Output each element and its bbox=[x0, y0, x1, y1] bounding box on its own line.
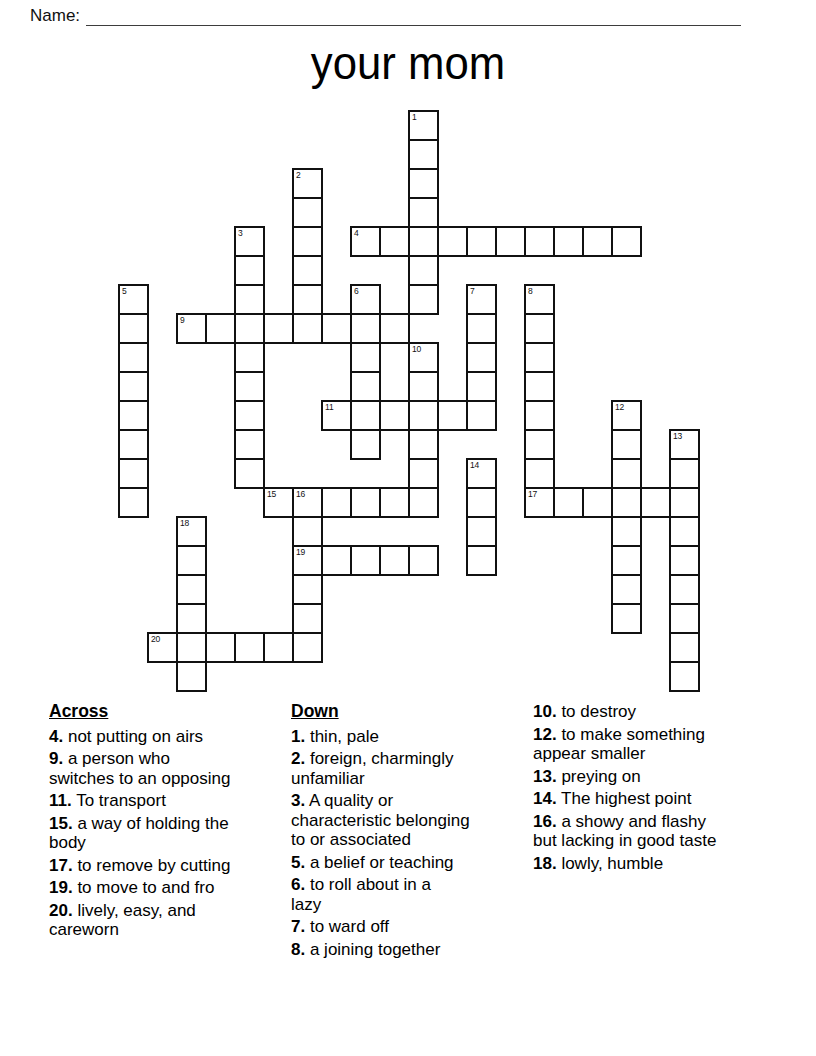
cell-r18c4[interactable] bbox=[234, 632, 265, 663]
cell-r15c6[interactable]: 19 bbox=[292, 545, 323, 576]
cell-r8c0[interactable] bbox=[118, 342, 149, 373]
cell-r13c16[interactable] bbox=[582, 487, 613, 518]
clue-item: 19. to move to and fro bbox=[49, 878, 293, 898]
cell-r15c7[interactable] bbox=[321, 545, 352, 576]
cell-r10c0[interactable] bbox=[118, 400, 149, 431]
cell-r5c6[interactable] bbox=[292, 255, 323, 286]
cell-r7c12[interactable] bbox=[466, 313, 497, 344]
cell-r16c2[interactable] bbox=[176, 574, 207, 605]
clue-item: 6. to roll about in a lazy bbox=[291, 875, 535, 914]
clue-number-label: 9. bbox=[49, 749, 63, 768]
cell-r7c9[interactable] bbox=[379, 313, 410, 344]
clue-number-label: 12. bbox=[533, 725, 557, 744]
cell-r13c8[interactable] bbox=[350, 487, 381, 518]
cell-r6c0[interactable]: 5 bbox=[118, 284, 149, 315]
clue-text: to remove by cutting bbox=[77, 856, 230, 875]
cell-r4c13[interactable] bbox=[495, 226, 526, 257]
clue-item: 2. foreign, charmingly unfamiliar bbox=[291, 749, 535, 788]
clue-text: to make something appear smaller bbox=[533, 725, 705, 764]
cell-r10c9[interactable] bbox=[379, 400, 410, 431]
clue-item: 15. a way of holding the body bbox=[49, 814, 293, 853]
cell-r7c14[interactable] bbox=[524, 313, 555, 344]
clue-number-label: 13. bbox=[533, 767, 557, 786]
cell-r9c14[interactable] bbox=[524, 371, 555, 402]
cell-r7c8[interactable] bbox=[350, 313, 381, 344]
cell-number: 7 bbox=[470, 286, 475, 296]
cell-r12c17[interactable] bbox=[611, 458, 642, 489]
cell-r10c4[interactable] bbox=[234, 400, 265, 431]
clue-item: 5. a belief or teaching bbox=[291, 853, 535, 873]
cell-r3c6[interactable] bbox=[292, 197, 323, 228]
cell-r15c9[interactable] bbox=[379, 545, 410, 576]
cell-r18c1[interactable]: 20 bbox=[147, 632, 178, 663]
cell-r11c17[interactable] bbox=[611, 429, 642, 460]
clue-text: not putting on airs bbox=[68, 727, 203, 746]
cell-r8c12[interactable] bbox=[466, 342, 497, 373]
cell-number: 14 bbox=[470, 460, 479, 470]
cell-number: 4 bbox=[354, 228, 359, 238]
cell-number: 6 bbox=[354, 286, 359, 296]
cell-r17c19[interactable] bbox=[669, 603, 700, 634]
cell-number: 3 bbox=[238, 228, 243, 238]
cell-r3c10[interactable] bbox=[408, 197, 439, 228]
cell-r10c8[interactable] bbox=[350, 400, 381, 431]
cell-r6c8[interactable]: 6 bbox=[350, 284, 381, 315]
clue-item: 12. to make something appear smaller bbox=[533, 725, 777, 764]
cell-r12c0[interactable] bbox=[118, 458, 149, 489]
cell-r15c17[interactable] bbox=[611, 545, 642, 576]
cell-r9c8[interactable] bbox=[350, 371, 381, 402]
cell-r4c9[interactable] bbox=[379, 226, 410, 257]
cell-r6c4[interactable] bbox=[234, 284, 265, 315]
cell-r4c16[interactable] bbox=[582, 226, 613, 257]
cell-r14c12[interactable] bbox=[466, 516, 497, 547]
cell-number: 9 bbox=[180, 315, 185, 325]
cell-r14c2[interactable]: 18 bbox=[176, 516, 207, 547]
clue-item: 13. preying on bbox=[533, 767, 777, 787]
clue-number-label: 2. bbox=[291, 749, 305, 768]
cell-number: 18 bbox=[180, 518, 189, 528]
cell-r19c19[interactable] bbox=[669, 661, 700, 692]
clue-text: a way of holding the body bbox=[49, 814, 229, 853]
cell-r10c14[interactable] bbox=[524, 400, 555, 431]
cell-r8c14[interactable] bbox=[524, 342, 555, 373]
cell-r18c2[interactable] bbox=[176, 632, 207, 663]
cell-number: 1 bbox=[412, 112, 417, 122]
cell-r13c15[interactable] bbox=[553, 487, 584, 518]
cell-r1c10[interactable] bbox=[408, 139, 439, 170]
clue-number-label: 5. bbox=[291, 853, 305, 872]
clue-text: to move to and fro bbox=[77, 878, 214, 897]
clue-number-label: 16. bbox=[533, 812, 557, 831]
clue-number-label: 1. bbox=[291, 727, 305, 746]
cell-r18c6[interactable] bbox=[292, 632, 323, 663]
down-clues-column: Down 1. thin, pale2. foreign, charmingly… bbox=[291, 702, 535, 962]
cell-r12c14[interactable] bbox=[524, 458, 555, 489]
cell-r18c5[interactable] bbox=[263, 632, 294, 663]
cell-r11c10[interactable] bbox=[408, 429, 439, 460]
cell-r13c19[interactable] bbox=[669, 487, 700, 518]
cell-r2c6[interactable]: 2 bbox=[292, 168, 323, 199]
cell-r7c4[interactable] bbox=[234, 313, 265, 344]
cell-r13c9[interactable] bbox=[379, 487, 410, 518]
clue-number-label: 6. bbox=[291, 875, 305, 894]
clue-number-label: 7. bbox=[291, 917, 305, 936]
across-clue-list: 4. not putting on airs9. a person who sw… bbox=[49, 727, 293, 940]
cell-r14c19[interactable] bbox=[669, 516, 700, 547]
clue-number-label: 4. bbox=[49, 727, 63, 746]
cell-r4c11[interactable] bbox=[437, 226, 468, 257]
cell-r10c11[interactable] bbox=[437, 400, 468, 431]
clue-item: 9. a person who switches to an opposing bbox=[49, 749, 293, 788]
clue-number-label: 10. bbox=[533, 702, 557, 721]
clue-number-label: 11. bbox=[49, 791, 72, 810]
cell-r8c8[interactable] bbox=[350, 342, 381, 373]
cell-r2c10[interactable] bbox=[408, 168, 439, 199]
cell-number: 17 bbox=[528, 489, 537, 499]
cell-r8c10[interactable]: 10 bbox=[408, 342, 439, 373]
cell-r11c0[interactable] bbox=[118, 429, 149, 460]
clue-item: 10. to destroy bbox=[533, 702, 777, 722]
clue-item: 1. thin, pale bbox=[291, 727, 535, 747]
cell-r7c7[interactable] bbox=[321, 313, 352, 344]
cell-r8c4[interactable] bbox=[234, 342, 265, 373]
cell-r4c4[interactable]: 3 bbox=[234, 226, 265, 257]
cell-r11c8[interactable] bbox=[350, 429, 381, 460]
clue-item: 17. to remove by cutting bbox=[49, 856, 293, 876]
cell-r4c8[interactable]: 4 bbox=[350, 226, 381, 257]
clue-item: 8. a joining together bbox=[291, 940, 535, 960]
cell-number: 13 bbox=[673, 431, 682, 441]
crossword-grid: 1234567891011121314151617181920 bbox=[118, 110, 700, 692]
clue-text: A quality or characteristic belonging to… bbox=[291, 791, 470, 849]
cell-r10c12[interactable] bbox=[466, 400, 497, 431]
cell-r19c2[interactable] bbox=[176, 661, 207, 692]
cell-r4c6[interactable] bbox=[292, 226, 323, 257]
cell-r5c10[interactable] bbox=[408, 255, 439, 286]
cell-r16c19[interactable] bbox=[669, 574, 700, 605]
clue-text: to roll about in a lazy bbox=[291, 875, 431, 914]
clue-item: 18. lowly, humble bbox=[533, 854, 777, 874]
cell-r15c10[interactable] bbox=[408, 545, 439, 576]
across-heading: Across bbox=[49, 702, 293, 722]
cell-r6c12[interactable]: 7 bbox=[466, 284, 497, 315]
cell-number: 15 bbox=[267, 489, 276, 499]
clue-item: 16. a showy and flashy but lacking in go… bbox=[533, 812, 777, 851]
cell-r13c18[interactable] bbox=[640, 487, 671, 518]
clue-text: a showy and flashy but lacking in good t… bbox=[533, 812, 716, 851]
cell-number: 19 bbox=[296, 547, 305, 557]
cell-r9c4[interactable] bbox=[234, 371, 265, 402]
cell-r12c12[interactable]: 14 bbox=[466, 458, 497, 489]
clue-text: foreign, charmingly unfamiliar bbox=[291, 749, 454, 788]
cell-r17c17[interactable] bbox=[611, 603, 642, 634]
clue-item: 14. The highest point bbox=[533, 789, 777, 809]
cell-r7c3[interactable] bbox=[205, 313, 236, 344]
clue-number-label: 15. bbox=[49, 814, 73, 833]
clue-number-label: 14. bbox=[533, 789, 557, 808]
clue-item: 20. lively, easy, and careworn bbox=[49, 901, 293, 940]
cell-number: 11 bbox=[325, 402, 333, 412]
clue-number-label: 17. bbox=[49, 856, 73, 875]
cell-r11c14[interactable] bbox=[524, 429, 555, 460]
clue-text: To transport bbox=[76, 791, 166, 810]
cell-r7c0[interactable] bbox=[118, 313, 149, 344]
clue-text: a joining together bbox=[310, 940, 440, 959]
clue-item: 11. To transport bbox=[49, 791, 293, 811]
cell-r9c10[interactable] bbox=[408, 371, 439, 402]
across-clues-column: Across 4. not putting on airs9. a person… bbox=[49, 702, 293, 943]
cell-r4c17[interactable] bbox=[611, 226, 642, 257]
cell-r0c10[interactable]: 1 bbox=[408, 110, 439, 141]
cell-r18c19[interactable] bbox=[669, 632, 700, 663]
clue-item: 4. not putting on airs bbox=[49, 727, 293, 747]
clue-number-label: 19. bbox=[49, 878, 73, 897]
cell-r11c19[interactable]: 13 bbox=[669, 429, 700, 460]
cell-number: 8 bbox=[528, 286, 533, 296]
cell-r11c4[interactable] bbox=[234, 429, 265, 460]
down-clues-column-continued: 10. to destroy12. to make something appe… bbox=[533, 702, 777, 876]
cell-r14c6[interactable] bbox=[292, 516, 323, 547]
cell-number: 5 bbox=[122, 286, 127, 296]
cell-r16c17[interactable] bbox=[611, 574, 642, 605]
cell-r4c12[interactable] bbox=[466, 226, 497, 257]
cell-r13c0[interactable] bbox=[118, 487, 149, 518]
cell-r7c2[interactable]: 9 bbox=[176, 313, 207, 344]
clue-text: a belief or teaching bbox=[310, 853, 454, 872]
cell-r7c5[interactable] bbox=[263, 313, 294, 344]
cell-r18c3[interactable] bbox=[205, 632, 236, 663]
name-row: Name: bbox=[30, 6, 741, 26]
clue-item: 7. to ward off bbox=[291, 917, 535, 937]
clue-text: to destroy bbox=[561, 702, 636, 721]
down-clue-list: 1. thin, pale2. foreign, charmingly unfa… bbox=[291, 727, 535, 960]
cell-r6c6[interactable] bbox=[292, 284, 323, 315]
cell-number: 16 bbox=[296, 489, 305, 499]
cell-r9c12[interactable] bbox=[466, 371, 497, 402]
cell-number: 20 bbox=[151, 634, 160, 644]
cell-r13c5[interactable]: 15 bbox=[263, 487, 294, 518]
cell-r13c17[interactable] bbox=[611, 487, 642, 518]
cell-r13c7[interactable] bbox=[321, 487, 352, 518]
name-fill-line[interactable] bbox=[86, 6, 741, 26]
cell-r4c14[interactable] bbox=[524, 226, 555, 257]
clue-number-label: 18. bbox=[533, 854, 557, 873]
cell-r5c4[interactable] bbox=[234, 255, 265, 286]
clue-text: The highest point bbox=[561, 789, 691, 808]
clue-text: lowly, humble bbox=[561, 854, 663, 873]
cell-r7c6[interactable] bbox=[292, 313, 323, 344]
cell-r6c10[interactable] bbox=[408, 284, 439, 315]
name-label: Name: bbox=[30, 6, 80, 26]
cell-r10c10[interactable] bbox=[408, 400, 439, 431]
cell-r10c7[interactable]: 11 bbox=[321, 400, 352, 431]
clue-number-label: 20. bbox=[49, 901, 73, 920]
cell-r4c15[interactable] bbox=[553, 226, 584, 257]
cell-r17c2[interactable] bbox=[176, 603, 207, 634]
cell-r12c4[interactable] bbox=[234, 458, 265, 489]
cell-number: 10 bbox=[412, 344, 421, 354]
clue-item: 3. A quality or characteristic belonging… bbox=[291, 791, 535, 850]
down-heading: Down bbox=[291, 702, 535, 722]
cell-r14c17[interactable] bbox=[611, 516, 642, 547]
down-clue-list-continued: 10. to destroy12. to make something appe… bbox=[533, 702, 777, 873]
page-title: your mom bbox=[20, 36, 795, 90]
cell-r10c17[interactable]: 12 bbox=[611, 400, 642, 431]
cell-r15c19[interactable] bbox=[669, 545, 700, 576]
cell-r15c12[interactable] bbox=[466, 545, 497, 576]
cell-r12c10[interactable] bbox=[408, 458, 439, 489]
cell-r12c19[interactable] bbox=[669, 458, 700, 489]
clue-text: a person who switches to an opposing bbox=[49, 749, 230, 788]
cell-r4c10[interactable] bbox=[408, 226, 439, 257]
cell-r13c14[interactable]: 17 bbox=[524, 487, 555, 518]
cell-r15c2[interactable] bbox=[176, 545, 207, 576]
cell-r6c14[interactable]: 8 bbox=[524, 284, 555, 315]
cell-r13c12[interactable] bbox=[466, 487, 497, 518]
cell-r16c6[interactable] bbox=[292, 574, 323, 605]
clue-text: to ward off bbox=[310, 917, 389, 936]
cell-number: 2 bbox=[296, 170, 301, 180]
cell-r13c10[interactable] bbox=[408, 487, 439, 518]
cell-r15c8[interactable] bbox=[350, 545, 381, 576]
cell-number: 12 bbox=[615, 402, 624, 412]
cell-r17c6[interactable] bbox=[292, 603, 323, 634]
clue-number-label: 8. bbox=[291, 940, 305, 959]
cell-r13c6[interactable]: 16 bbox=[292, 487, 323, 518]
clue-text: preying on bbox=[561, 767, 640, 786]
cell-r9c0[interactable] bbox=[118, 371, 149, 402]
clue-number-label: 3. bbox=[291, 791, 305, 810]
clue-text: thin, pale bbox=[310, 727, 379, 746]
